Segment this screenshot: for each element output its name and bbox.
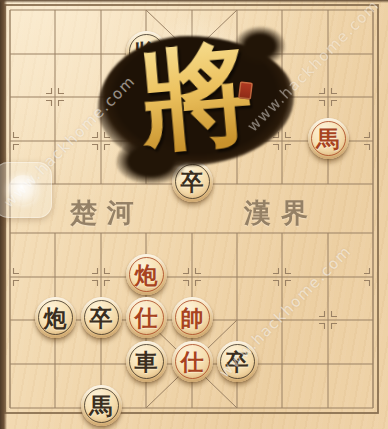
piece-character: 馬 [90, 394, 113, 417]
piece-character: 帥 [181, 306, 204, 329]
piece-red-帥-f4r7[interactable]: 帥 [172, 297, 213, 338]
piece-character: 卒 [90, 306, 113, 329]
assistive-ball-icon [8, 175, 38, 205]
piece-red-仕-f3r7[interactable]: 仕 [126, 297, 167, 338]
piece-character: 仕 [181, 350, 204, 373]
floating-assistive-button[interactable] [0, 162, 52, 218]
piece-black-炮-f1r7[interactable]: 炮 [35, 297, 76, 338]
piece-red-炮-f3r6[interactable]: 炮 [126, 254, 167, 295]
piece-red-馬-f7r3[interactable]: 馬 [308, 118, 349, 159]
piece-black-馬-f2r9[interactable]: 馬 [81, 385, 122, 426]
piece-character: 炮 [135, 263, 158, 286]
piece-character: 馬 [317, 127, 340, 150]
piece-character: 仕 [135, 306, 158, 329]
piece-character: 炮 [44, 306, 67, 329]
piece-black-卒-f2r7[interactable]: 卒 [81, 297, 122, 338]
piece-black-車-f3r8[interactable]: 車 [126, 341, 167, 382]
piece-character: 車 [135, 350, 158, 373]
river-label-han-jie: 漢界 [244, 195, 318, 231]
river-label-chu-he: 楚河 [70, 195, 144, 231]
red-seal-icon [238, 81, 253, 99]
piece-red-仕-f4r8[interactable]: 仕 [172, 341, 213, 382]
screen-edge-shadow-top [0, 0, 388, 3]
xiangqi-game-screen: 楚河 漢界 將士士馬卒炮炮卒仕帥車仕卒馬 將 www.hackhome.com … [0, 0, 388, 429]
